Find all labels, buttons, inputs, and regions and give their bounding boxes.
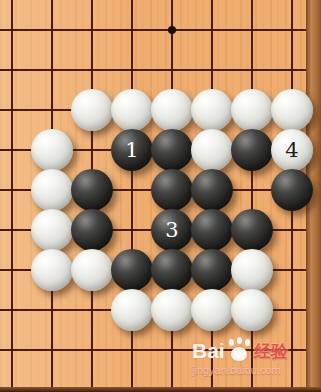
stone-black-c6r3	[231, 129, 273, 171]
stone-white-c5r2	[191, 89, 233, 131]
stone-black-c5r5	[191, 209, 233, 251]
stone-black-c5r4	[191, 169, 233, 211]
stone-white-c4r7	[151, 289, 193, 331]
baidu-brand-text: Bai	[192, 339, 225, 363]
jingyan-badge-text: 经验	[253, 341, 289, 363]
baidu-paw-icon	[226, 337, 252, 363]
move-number-1: 1	[111, 129, 153, 171]
board-edge-bottom	[0, 387, 321, 392]
stone-white-c7r2	[271, 89, 313, 131]
grid-line-v-6	[251, 0, 253, 390]
stone-black-c2r4	[71, 169, 113, 211]
grid-line-h-0	[0, 29, 306, 31]
grid-line-h-1	[0, 69, 306, 71]
go-board[interactable]: 143 Bai 经验 jingyan.baidu.com	[0, 0, 321, 392]
watermark-url: jingyan.baidu.com	[192, 364, 317, 376]
grid-line-v-0	[11, 0, 13, 390]
stone-white-c3r7	[111, 289, 153, 331]
stone-black-c4r6	[151, 249, 193, 291]
stone-white-c6r2	[231, 89, 273, 131]
stone-black-c3r3: 1	[111, 129, 153, 171]
move-number-4: 4	[271, 129, 313, 171]
stone-white-c4r2	[151, 89, 193, 131]
stone-white-c6r7	[231, 289, 273, 331]
grid-line-v-3	[131, 0, 133, 390]
stone-white-c5r7	[191, 289, 233, 331]
baidu-jingyan-watermark: Bai 经验 jingyan.baidu.com	[192, 337, 317, 376]
stone-black-c6r5	[231, 209, 273, 251]
stone-white-c3r2	[111, 89, 153, 131]
stone-white-c2r2	[71, 89, 113, 131]
stone-white-c1r5	[31, 209, 73, 251]
stone-white-c2r6	[71, 249, 113, 291]
stone-white-c1r4	[31, 169, 73, 211]
stone-white-c6r6	[231, 249, 273, 291]
stone-black-c5r6	[191, 249, 233, 291]
stone-white-c1r6	[31, 249, 73, 291]
stone-black-c7r4	[271, 169, 313, 211]
watermark-logo-row: Bai 经验	[192, 337, 317, 363]
stone-black-c4r3	[151, 129, 193, 171]
stone-black-c4r4	[151, 169, 193, 211]
stone-black-c3r6	[111, 249, 153, 291]
stone-black-c2r5	[71, 209, 113, 251]
star-point	[168, 26, 176, 34]
stone-white-c5r3	[191, 129, 233, 171]
stone-white-c7r3: 4	[271, 129, 313, 171]
stone-white-c1r3	[31, 129, 73, 171]
stone-black-c4r5: 3	[151, 209, 193, 251]
move-number-3: 3	[151, 209, 193, 251]
screenshot-root: 143 Bai 经验 jingyan.baidu.com	[0, 0, 321, 392]
